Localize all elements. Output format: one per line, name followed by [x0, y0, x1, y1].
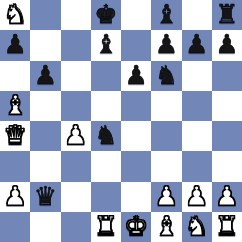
square-g2[interactable]: ♟ [182, 182, 212, 212]
square-f5[interactable] [151, 91, 181, 121]
square-g6[interactable] [182, 61, 212, 91]
square-a5[interactable]: ♝ [0, 91, 30, 121]
square-c8[interactable] [61, 0, 91, 30]
square-b3[interactable] [30, 151, 60, 181]
square-d3[interactable] [91, 151, 121, 181]
square-a3[interactable] [0, 151, 30, 181]
black-rook-icon[interactable]: ♜ [215, 1, 238, 27]
square-f7[interactable]: ♟ [151, 30, 181, 60]
square-g1[interactable]: ♞ [182, 212, 212, 242]
square-d8[interactable]: ♚ [91, 0, 121, 30]
square-d2[interactable] [91, 182, 121, 212]
white-rook-icon[interactable]: ♜ [215, 213, 238, 239]
square-d1[interactable]: ♜ [91, 212, 121, 242]
square-h7[interactable]: ♟ [212, 30, 242, 60]
square-c1[interactable] [61, 212, 91, 242]
square-h2[interactable]: ♟ [212, 182, 242, 212]
square-e4[interactable] [121, 121, 151, 151]
square-d4[interactable]: ♞ [91, 121, 121, 151]
black-bishop-icon[interactable]: ♝ [155, 1, 178, 27]
white-pawn-icon[interactable]: ♟ [185, 183, 208, 209]
white-pawn-icon[interactable]: ♟ [3, 183, 26, 209]
black-queen-icon[interactable]: ♛ [34, 183, 57, 209]
black-knight-icon[interactable]: ♞ [94, 122, 117, 148]
square-b6[interactable]: ♟ [30, 61, 60, 91]
square-c7[interactable] [61, 30, 91, 60]
square-g5[interactable] [182, 91, 212, 121]
square-h5[interactable] [212, 91, 242, 121]
black-pawn-icon[interactable]: ♟ [215, 31, 238, 57]
square-a1[interactable] [0, 212, 30, 242]
black-pawn-icon[interactable]: ♟ [124, 62, 147, 88]
square-d5[interactable] [91, 91, 121, 121]
square-b4[interactable] [30, 121, 60, 151]
white-pawn-icon[interactable]: ♟ [215, 183, 238, 209]
square-g3[interactable] [182, 151, 212, 181]
black-pawn-icon[interactable]: ♟ [3, 31, 26, 57]
square-a8[interactable]: ♞ [0, 0, 30, 30]
white-king-icon[interactable]: ♚ [124, 213, 147, 239]
white-knight-icon[interactable]: ♞ [185, 213, 208, 239]
square-f8[interactable]: ♝ [151, 0, 181, 30]
square-b8[interactable] [30, 0, 60, 30]
black-king-icon[interactable]: ♚ [94, 1, 117, 27]
square-c6[interactable] [61, 61, 91, 91]
square-f3[interactable] [151, 151, 181, 181]
square-h6[interactable] [212, 61, 242, 91]
square-h3[interactable] [212, 151, 242, 181]
white-queen-icon[interactable]: ♛ [3, 122, 26, 148]
square-a4[interactable]: ♛ [0, 121, 30, 151]
square-e8[interactable] [121, 0, 151, 30]
square-e7[interactable] [121, 30, 151, 60]
black-bishop-icon[interactable]: ♝ [94, 31, 117, 57]
square-c4[interactable]: ♟ [61, 121, 91, 151]
square-f6[interactable]: ♞ [151, 61, 181, 91]
square-g4[interactable] [182, 121, 212, 151]
black-pawn-icon[interactable]: ♟ [155, 31, 178, 57]
white-bishop-icon[interactable]: ♝ [155, 213, 178, 239]
black-knight-icon[interactable]: ♞ [155, 62, 178, 88]
square-h4[interactable] [212, 121, 242, 151]
square-e5[interactable] [121, 91, 151, 121]
square-b2[interactable]: ♛ [30, 182, 60, 212]
white-rook-icon[interactable]: ♜ [94, 213, 117, 239]
square-c5[interactable] [61, 91, 91, 121]
square-e1[interactable]: ♚ [121, 212, 151, 242]
white-pawn-icon[interactable]: ♟ [64, 122, 87, 148]
square-b1[interactable] [30, 212, 60, 242]
white-bishop-icon[interactable]: ♝ [3, 92, 26, 118]
black-pawn-icon[interactable]: ♟ [185, 31, 208, 57]
square-e6[interactable]: ♟ [121, 61, 151, 91]
square-h1[interactable]: ♜ [212, 212, 242, 242]
square-a7[interactable]: ♟ [0, 30, 30, 60]
black-pawn-icon[interactable]: ♟ [34, 62, 57, 88]
square-f4[interactable] [151, 121, 181, 151]
white-pawn-icon[interactable]: ♟ [155, 183, 178, 209]
square-d6[interactable] [91, 61, 121, 91]
square-h8[interactable]: ♜ [212, 0, 242, 30]
white-knight-icon[interactable]: ♞ [3, 1, 26, 27]
square-b5[interactable] [30, 91, 60, 121]
chess-board: ♞♚♝♜♟♝♟♟♟♟♟♞♝♛♟♞♟♛♟♟♟♜♚♝♞♜ [0, 0, 242, 242]
square-g8[interactable] [182, 0, 212, 30]
square-c3[interactable] [61, 151, 91, 181]
square-e2[interactable] [121, 182, 151, 212]
square-e3[interactable] [121, 151, 151, 181]
square-a6[interactable] [0, 61, 30, 91]
square-f2[interactable]: ♟ [151, 182, 181, 212]
square-f1[interactable]: ♝ [151, 212, 181, 242]
square-a2[interactable]: ♟ [0, 182, 30, 212]
square-c2[interactable] [61, 182, 91, 212]
square-b7[interactable] [30, 30, 60, 60]
square-d7[interactable]: ♝ [91, 30, 121, 60]
square-g7[interactable]: ♟ [182, 30, 212, 60]
